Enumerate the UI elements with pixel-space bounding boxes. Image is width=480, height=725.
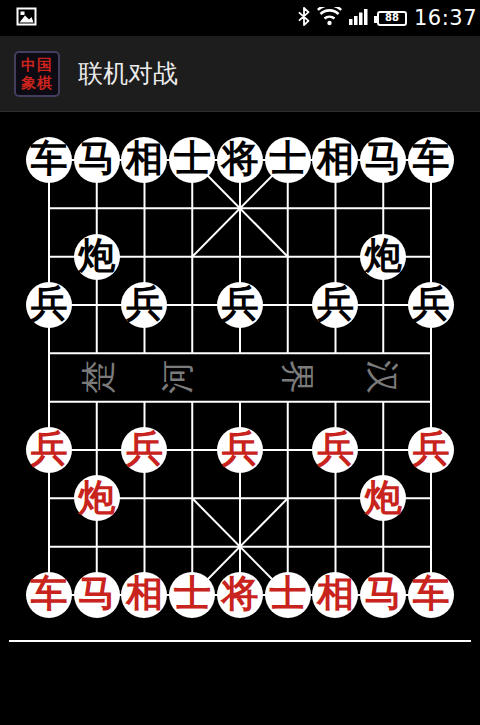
red-elephant-piece[interactable]: 相 xyxy=(121,572,167,618)
board-bottom-divider xyxy=(9,640,471,642)
black-horse-piece[interactable]: 马 xyxy=(360,137,406,183)
red-general-piece[interactable]: 将 xyxy=(217,572,263,618)
black-soldier-piece[interactable]: 兵 xyxy=(217,282,263,328)
red-soldier-piece[interactable]: 兵 xyxy=(26,427,72,473)
xiangqi-board[interactable]: 车马相士将士相马车炮炮兵兵兵兵兵兵兵兵兵兵炮炮车马相士将士相马车 xyxy=(25,136,455,619)
black-soldier-piece[interactable]: 兵 xyxy=(408,282,454,328)
black-advisor-piece[interactable]: 士 xyxy=(265,137,311,183)
red-soldier-piece[interactable]: 兵 xyxy=(312,427,358,473)
black-chariot-piece[interactable]: 车 xyxy=(26,137,72,183)
red-elephant-piece[interactable]: 相 xyxy=(312,572,358,618)
black-cannon-piece[interactable]: 炮 xyxy=(74,234,120,280)
black-horse-piece[interactable]: 马 xyxy=(74,137,120,183)
black-chariot-piece[interactable]: 车 xyxy=(408,137,454,183)
red-horse-piece[interactable]: 马 xyxy=(360,572,406,618)
red-cannon-piece[interactable]: 炮 xyxy=(74,475,120,521)
red-soldier-piece[interactable]: 兵 xyxy=(408,427,454,473)
black-soldier-piece[interactable]: 兵 xyxy=(26,282,72,328)
black-advisor-piece[interactable]: 士 xyxy=(169,137,215,183)
black-elephant-piece[interactable]: 相 xyxy=(312,137,358,183)
black-general-piece[interactable]: 将 xyxy=(217,137,263,183)
red-advisor-piece[interactable]: 士 xyxy=(265,572,311,618)
black-soldier-piece[interactable]: 兵 xyxy=(121,282,167,328)
red-soldier-piece[interactable]: 兵 xyxy=(121,427,167,473)
red-horse-piece[interactable]: 马 xyxy=(74,572,120,618)
black-cannon-piece[interactable]: 炮 xyxy=(360,234,406,280)
black-elephant-piece[interactable]: 相 xyxy=(121,137,167,183)
black-soldier-piece[interactable]: 兵 xyxy=(312,282,358,328)
red-cannon-piece[interactable]: 炮 xyxy=(360,475,406,521)
red-chariot-piece[interactable]: 车 xyxy=(26,572,72,618)
red-advisor-piece[interactable]: 士 xyxy=(169,572,215,618)
red-chariot-piece[interactable]: 车 xyxy=(408,572,454,618)
red-soldier-piece[interactable]: 兵 xyxy=(217,427,263,473)
